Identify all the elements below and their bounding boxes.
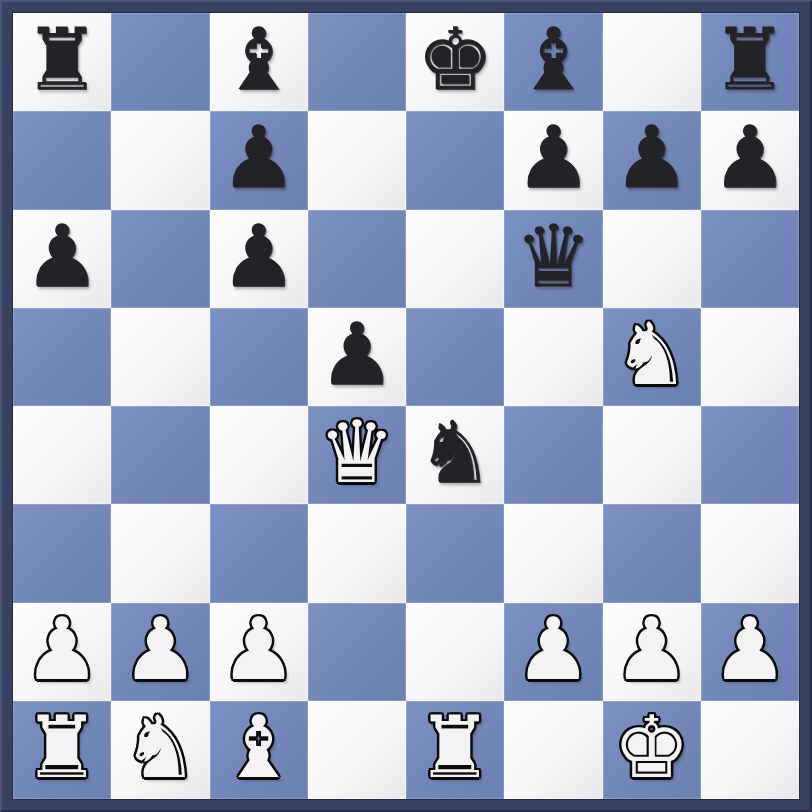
white-pawn[interactable]: ♟	[711, 606, 788, 692]
square-f1[interactable]	[504, 701, 602, 799]
square-f3[interactable]	[504, 504, 602, 602]
square-e8[interactable]: ♚	[406, 13, 504, 111]
white-queen[interactable]: ♛	[318, 409, 395, 495]
square-h6[interactable]	[701, 210, 799, 308]
black-queen[interactable]: ♛	[515, 213, 592, 299]
black-pawn[interactable]: ♟	[318, 311, 395, 397]
square-b7[interactable]	[111, 111, 209, 209]
square-g3[interactable]	[603, 504, 701, 602]
square-d4[interactable]: ♛	[308, 406, 406, 504]
white-knight[interactable]: ♞	[122, 704, 199, 790]
white-pawn[interactable]: ♟	[122, 606, 199, 692]
square-b2[interactable]: ♟	[111, 603, 209, 701]
square-a8[interactable]: ♜	[13, 13, 111, 111]
white-rook[interactable]: ♜	[417, 704, 494, 790]
black-bishop[interactable]: ♝	[220, 16, 297, 102]
black-pawn[interactable]: ♟	[24, 213, 101, 299]
white-pawn[interactable]: ♟	[24, 606, 101, 692]
black-knight[interactable]: ♞	[417, 409, 494, 495]
chess-board-window: ♜♝♚♝♜♟♟♟♟♟♟♛♟♞♛♞♟♟♟♟♟♟♜♞♝♜♚	[0, 0, 812, 812]
square-d2[interactable]	[308, 603, 406, 701]
square-a6[interactable]: ♟	[13, 210, 111, 308]
square-f8[interactable]: ♝	[504, 13, 602, 111]
square-f7[interactable]: ♟	[504, 111, 602, 209]
square-d1[interactable]	[308, 701, 406, 799]
square-a7[interactable]	[13, 111, 111, 209]
square-e3[interactable]	[406, 504, 504, 602]
black-pawn[interactable]: ♟	[613, 114, 690, 200]
square-g8[interactable]	[603, 13, 701, 111]
square-c6[interactable]: ♟	[210, 210, 308, 308]
square-c3[interactable]	[210, 504, 308, 602]
square-b3[interactable]	[111, 504, 209, 602]
square-d6[interactable]	[308, 210, 406, 308]
white-bishop[interactable]: ♝	[220, 704, 297, 790]
square-c1[interactable]: ♝	[210, 701, 308, 799]
black-pawn[interactable]: ♟	[515, 114, 592, 200]
square-g7[interactable]: ♟	[603, 111, 701, 209]
square-h2[interactable]: ♟	[701, 603, 799, 701]
square-e6[interactable]	[406, 210, 504, 308]
square-h1[interactable]	[701, 701, 799, 799]
square-d8[interactable]	[308, 13, 406, 111]
square-b6[interactable]	[111, 210, 209, 308]
square-g6[interactable]	[603, 210, 701, 308]
square-d7[interactable]	[308, 111, 406, 209]
square-e5[interactable]	[406, 308, 504, 406]
square-e7[interactable]	[406, 111, 504, 209]
square-h8[interactable]: ♜	[701, 13, 799, 111]
square-b5[interactable]	[111, 308, 209, 406]
square-h3[interactable]	[701, 504, 799, 602]
square-f5[interactable]	[504, 308, 602, 406]
white-pawn[interactable]: ♟	[613, 606, 690, 692]
square-g1[interactable]: ♚	[603, 701, 701, 799]
white-rook[interactable]: ♜	[24, 704, 101, 790]
square-c8[interactable]: ♝	[210, 13, 308, 111]
square-g4[interactable]	[603, 406, 701, 504]
white-knight[interactable]: ♞	[613, 311, 690, 397]
square-h5[interactable]	[701, 308, 799, 406]
square-f2[interactable]: ♟	[504, 603, 602, 701]
square-e2[interactable]	[406, 603, 504, 701]
square-b8[interactable]	[111, 13, 209, 111]
square-a5[interactable]	[13, 308, 111, 406]
square-a4[interactable]	[13, 406, 111, 504]
black-pawn[interactable]: ♟	[711, 114, 788, 200]
chess-board: ♜♝♚♝♜♟♟♟♟♟♟♛♟♞♛♞♟♟♟♟♟♟♜♞♝♜♚	[13, 13, 799, 799]
square-d5[interactable]: ♟	[308, 308, 406, 406]
white-pawn[interactable]: ♟	[220, 606, 297, 692]
square-f6[interactable]: ♛	[504, 210, 602, 308]
black-pawn[interactable]: ♟	[220, 213, 297, 299]
white-king[interactable]: ♚	[613, 704, 690, 790]
square-c5[interactable]	[210, 308, 308, 406]
square-a3[interactable]	[13, 504, 111, 602]
square-c7[interactable]: ♟	[210, 111, 308, 209]
square-c4[interactable]	[210, 406, 308, 504]
square-b4[interactable]	[111, 406, 209, 504]
square-h4[interactable]	[701, 406, 799, 504]
square-a1[interactable]: ♜	[13, 701, 111, 799]
black-king[interactable]: ♚	[417, 16, 494, 102]
square-g5[interactable]: ♞	[603, 308, 701, 406]
white-pawn[interactable]: ♟	[515, 606, 592, 692]
square-b1[interactable]: ♞	[111, 701, 209, 799]
square-h7[interactable]: ♟	[701, 111, 799, 209]
square-d3[interactable]	[308, 504, 406, 602]
black-bishop[interactable]: ♝	[515, 16, 592, 102]
square-g2[interactable]: ♟	[603, 603, 701, 701]
square-c2[interactable]: ♟	[210, 603, 308, 701]
black-rook[interactable]: ♜	[24, 16, 101, 102]
square-e1[interactable]: ♜	[406, 701, 504, 799]
black-rook[interactable]: ♜	[711, 16, 788, 102]
black-pawn[interactable]: ♟	[220, 114, 297, 200]
square-f4[interactable]	[504, 406, 602, 504]
square-e4[interactable]: ♞	[406, 406, 504, 504]
square-a2[interactable]: ♟	[13, 603, 111, 701]
